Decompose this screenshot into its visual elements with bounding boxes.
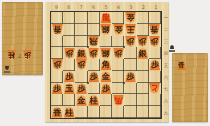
square-75[interactable] xyxy=(149,94,161,106)
piece-glyph: 王 xyxy=(125,24,136,36)
piece-24[interactable]: 銀 xyxy=(137,48,148,59)
gote-hand-pieces: 桂2歩 xyxy=(7,50,32,60)
piece-glyph: 飛 xyxy=(88,35,99,47)
gote-hand-count-0: 2 xyxy=(18,53,21,60)
piece-15[interactable]: 歩 xyxy=(149,59,160,70)
piece-33[interactable]: 歩 xyxy=(125,36,136,47)
piece-63[interactable]: 飛 xyxy=(88,36,99,47)
file-label-8: 8 xyxy=(62,4,74,11)
square-44[interactable] xyxy=(137,83,149,95)
piece-glyph: 桂 xyxy=(64,107,75,119)
piece-84[interactable]: 歩 xyxy=(64,48,75,59)
piece-17[interactable]: と xyxy=(149,83,160,94)
piece-44[interactable]: 歩 xyxy=(113,48,124,59)
square-72[interactable] xyxy=(51,36,63,48)
piece-glyph: 桂 xyxy=(7,50,16,61)
square-23[interactable] xyxy=(75,71,87,83)
piece-glyph: 金 xyxy=(76,95,87,107)
piece-glyph: 歩 xyxy=(52,83,63,95)
piece-48[interactable]: 馬 xyxy=(113,95,124,106)
piece-78[interactable]: 金 xyxy=(76,95,87,106)
square-53[interactable] xyxy=(124,59,136,71)
square-31[interactable] xyxy=(149,12,161,24)
piece-glyph: と xyxy=(149,83,160,95)
square-45[interactable] xyxy=(100,106,112,118)
piece-99[interactable]: 香 xyxy=(52,107,63,118)
square-81[interactable] xyxy=(63,12,75,24)
file-label-4: 4 xyxy=(112,4,124,11)
piece-glyph: 香 xyxy=(149,24,160,36)
square-34[interactable] xyxy=(51,94,63,106)
piece-glyph: 銀 xyxy=(76,48,87,60)
piece-12[interactable]: 香 xyxy=(149,24,160,35)
square-65[interactable] xyxy=(75,106,87,118)
square-62[interactable] xyxy=(63,36,75,48)
rank-label-2: 二 xyxy=(163,23,169,35)
file-labels: 987654321 xyxy=(50,4,162,11)
piece-95[interactable]: 歩 xyxy=(52,59,63,70)
piece-glyph: 歩 xyxy=(76,59,87,71)
piece-51[interactable]: 龍 xyxy=(100,12,111,23)
rank-label-5: 五 xyxy=(163,59,169,71)
piece-glyph: 角 xyxy=(100,59,111,71)
square-71[interactable] xyxy=(75,12,87,24)
piece-glyph: 歩 xyxy=(64,47,75,59)
piece-glyph: 香 xyxy=(177,60,186,71)
rank-label-6: 六 xyxy=(163,71,169,83)
rank-labels: 一二三四五六七八九 xyxy=(163,11,169,119)
piece-glyph: 歩 xyxy=(88,47,99,59)
piece-55[interactable]: 角 xyxy=(100,59,111,70)
shogi-app: 桂2歩 987654321 一二三四五六七八九 龍金香銀金王香飛歩歩歩歩銀歩銀歩… xyxy=(0,0,210,126)
square-63[interactable] xyxy=(112,59,124,71)
square-94[interactable] xyxy=(137,71,149,83)
file-label-6: 6 xyxy=(87,4,99,11)
piece-glyph: 歩 xyxy=(100,83,111,95)
square-41[interactable] xyxy=(137,12,149,24)
piece-glyph: 歩 xyxy=(125,35,136,47)
piece-glyph: 金 xyxy=(113,24,124,36)
board-grid[interactable]: 龍金香銀金王香飛歩歩歩歩銀歩銀歩銀歩歩角歩歩歩金歩歩玉歩歩と金桂馬香桂 xyxy=(50,11,162,119)
piece-glyph: 歩 xyxy=(149,35,160,47)
piece-68[interactable]: 桂 xyxy=(88,95,99,106)
square-43[interactable] xyxy=(137,59,149,71)
square-24[interactable] xyxy=(63,94,75,106)
piece-66[interactable]: 歩 xyxy=(88,71,99,82)
piece-glyph: 歩 xyxy=(125,71,136,83)
piece-54[interactable]: 銀 xyxy=(100,48,111,59)
piece-glyph: 金 xyxy=(125,12,136,24)
sente-hand-piece-0[interactable]: 香 xyxy=(177,60,186,70)
piece-77[interactable]: 歩 xyxy=(76,83,87,94)
square-93[interactable] xyxy=(149,47,161,59)
piece-glyph: 歩 xyxy=(76,83,87,95)
gote-player-icon xyxy=(4,66,10,74)
piece-13[interactable]: 歩 xyxy=(149,36,160,47)
square-74[interactable] xyxy=(88,83,100,95)
sente-player-icon xyxy=(169,45,175,53)
file-label-2: 2 xyxy=(137,4,149,11)
piece-glyph: 歩 xyxy=(23,50,32,61)
square-22[interactable] xyxy=(51,47,63,59)
square-54[interactable] xyxy=(124,83,136,95)
square-84[interactable] xyxy=(149,71,161,83)
square-64[interactable] xyxy=(112,83,124,95)
sente-captured-tray: 香 xyxy=(172,53,208,122)
square-21[interactable] xyxy=(63,24,75,36)
piece-glyph: 香 xyxy=(52,107,63,119)
rank-label-9: 九 xyxy=(163,107,169,119)
square-35[interactable] xyxy=(112,106,124,118)
piece-glyph: 歩 xyxy=(149,59,160,71)
piece-75[interactable]: 歩 xyxy=(76,59,87,70)
piece-glyph: 銀 xyxy=(100,24,111,36)
piece-glyph: 香 xyxy=(52,24,63,36)
piece-87[interactable]: 玉 xyxy=(64,83,75,94)
square-42[interactable] xyxy=(100,36,112,48)
piece-23[interactable]: 歩 xyxy=(137,36,148,47)
square-52[interactable] xyxy=(75,36,87,48)
piece-86[interactable]: 歩 xyxy=(64,71,75,82)
piece-glyph: 歩 xyxy=(137,35,148,47)
gote-mini-piece-icon xyxy=(5,66,9,70)
square-95[interactable] xyxy=(124,94,136,106)
piece-57[interactable]: 歩 xyxy=(100,83,111,94)
piece-glyph: 銀 xyxy=(137,48,148,60)
square-15[interactable] xyxy=(137,106,149,118)
piece-52[interactable]: 銀 xyxy=(100,24,111,35)
piece-92[interactable]: 香 xyxy=(52,24,63,35)
shogi-board: 987654321 一二三四五六七八九 龍金香銀金王香飛歩歩歩歩銀歩銀歩銀歩歩角… xyxy=(45,2,169,122)
file-label-7: 7 xyxy=(75,4,87,11)
gote-name-bar xyxy=(4,71,10,73)
square-73[interactable] xyxy=(88,59,100,71)
gote-hand-piece-0[interactable]: 桂 xyxy=(7,50,16,60)
piece-glyph: 龍 xyxy=(100,12,111,24)
piece-glyph: 歩 xyxy=(88,71,99,83)
sente-hand-pieces: 香 xyxy=(177,60,186,70)
square-82[interactable] xyxy=(137,24,149,36)
gote-captured-tray: 桂2歩 xyxy=(2,2,43,75)
piece-glyph: 銀 xyxy=(100,47,111,59)
square-85[interactable] xyxy=(137,94,149,106)
square-25[interactable] xyxy=(124,106,136,118)
gote-hand-piece-1[interactable]: 歩 xyxy=(23,50,32,60)
square-96[interactable] xyxy=(149,106,161,118)
sente-mini-piece-icon xyxy=(170,45,174,49)
piece-56[interactable]: 金 xyxy=(100,71,111,82)
star-point xyxy=(87,82,89,84)
piece-42[interactable]: 金 xyxy=(113,24,124,35)
square-14[interactable] xyxy=(100,94,112,106)
square-55[interactable] xyxy=(88,106,100,118)
piece-glyph: 歩 xyxy=(64,71,75,83)
piece-glyph: 歩 xyxy=(52,59,63,71)
file-label-9: 9 xyxy=(50,4,62,11)
square-91[interactable] xyxy=(51,12,63,24)
piece-glyph: 桂 xyxy=(88,95,99,107)
file-label-3: 3 xyxy=(125,4,137,11)
piece-glyph: 玉 xyxy=(64,83,75,95)
square-13[interactable] xyxy=(112,71,124,83)
square-92[interactable] xyxy=(88,24,100,36)
piece-74[interactable]: 銀 xyxy=(76,48,87,59)
sente-name-bar xyxy=(169,50,175,52)
piece-31[interactable]: 金 xyxy=(125,12,136,23)
rank-label-7: 七 xyxy=(163,83,169,95)
piece-64[interactable]: 歩 xyxy=(88,48,99,59)
square-33[interactable] xyxy=(51,71,63,83)
square-83[interactable] xyxy=(63,59,75,71)
square-61[interactable] xyxy=(88,12,100,24)
square-11[interactable] xyxy=(75,24,87,36)
square-12[interactable] xyxy=(124,47,136,59)
piece-97[interactable]: 歩 xyxy=(52,83,63,94)
rank-label-1: 一 xyxy=(163,11,169,23)
file-label-1: 1 xyxy=(150,4,162,11)
rank-label-8: 八 xyxy=(163,95,169,107)
square-51[interactable] xyxy=(112,12,124,24)
piece-glyph: 歩 xyxy=(113,47,124,59)
piece-89[interactable]: 桂 xyxy=(64,107,75,118)
piece-32[interactable]: 王 xyxy=(125,24,136,35)
file-label-5: 5 xyxy=(100,4,112,11)
piece-36[interactable]: 歩 xyxy=(125,71,136,82)
piece-glyph: 金 xyxy=(100,71,111,83)
piece-glyph: 馬 xyxy=(113,94,124,106)
